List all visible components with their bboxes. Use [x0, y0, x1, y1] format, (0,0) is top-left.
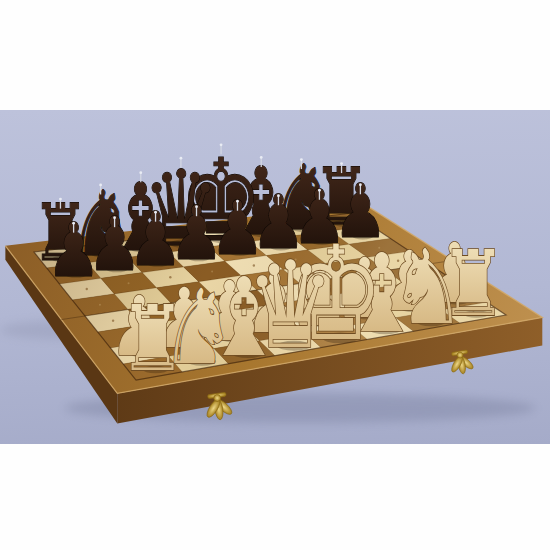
chess-board: ♜♞♝♟♚♟♛♟♝♟♞♟♜♟♟♟♟♟♜♟♞♟♝♟♚♟♛♟♝♟♞♜: [0, 110, 550, 444]
piece-white-rook-a1: ♜: [119, 286, 186, 392]
top-white-band: [0, 0, 550, 110]
bottom-white-band: [0, 444, 550, 550]
product-photo-canvas: ♜♞♝♟♚♟♛♟♝♟♞♟♜♟♟♟♟♟♜♟♞♟♝♟♚♟♛♟♝♟♞♜: [0, 0, 550, 550]
piece-black-pawn-a7: ♟: [46, 207, 101, 293]
svg-text:♜: ♜: [119, 286, 186, 392]
photo-backdrop: ♜♞♝♟♚♟♛♟♝♟♞♟♜♟♟♟♟♟♜♟♞♟♝♟♚♟♛♟♝♟♞♜: [0, 110, 550, 444]
svg-text:♟: ♟: [46, 207, 101, 293]
